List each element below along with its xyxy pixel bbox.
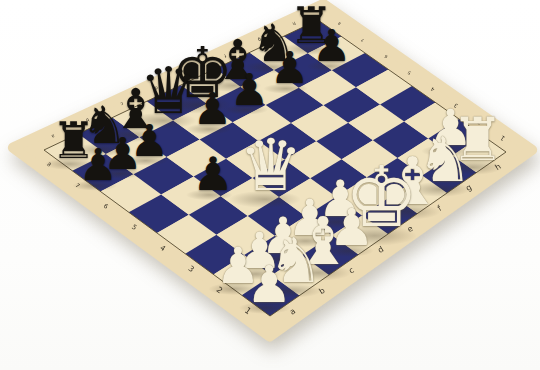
pawn-glyph: ♟: [193, 87, 232, 131]
pawn-glyph: ♟: [79, 143, 118, 187]
piece-black-pawn-h7[interactable]: ♟: [312, 24, 351, 68]
piece-black-pawn-e7[interactable]: ♟: [193, 87, 232, 131]
pawn-glyph: ♟: [312, 24, 351, 68]
pawn-glyph: ♟: [246, 259, 292, 310]
piece-white-pawn-a1[interactable]: ♟: [246, 259, 292, 310]
piece-black-pawn-d5[interactable]: ♟: [192, 151, 234, 197]
piece-black-pawn-f7[interactable]: ♟: [230, 67, 269, 111]
piece-black-pawn-g7[interactable]: ♟: [270, 46, 309, 90]
pawn-glyph: ♟: [270, 46, 309, 90]
product-photo-scene: aabbccddeeffgghh1122334455667788 ♜♞♟♝♟♚♟…: [0, 0, 540, 370]
pawn-glyph: ♟: [192, 151, 234, 197]
piece-black-pawn-a7[interactable]: ♟: [79, 143, 118, 187]
pawn-glyph: ♟: [230, 67, 269, 111]
